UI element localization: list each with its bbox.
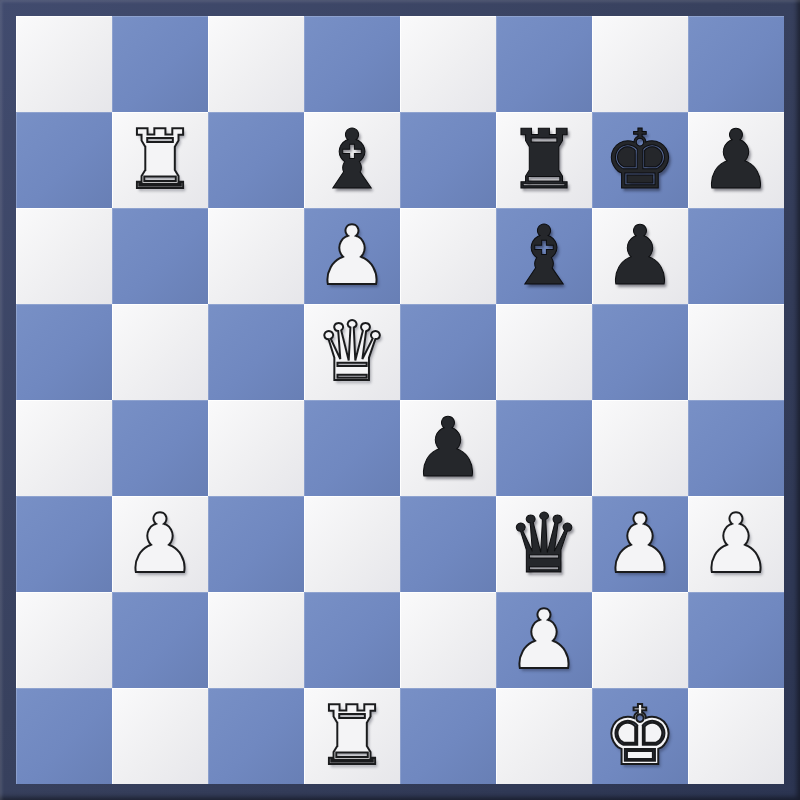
square-h4[interactable] <box>688 400 784 496</box>
piece-white-pawn: ♟ <box>699 496 773 592</box>
square-h6[interactable] <box>688 208 784 304</box>
square-c3[interactable] <box>208 496 304 592</box>
square-c4[interactable] <box>208 400 304 496</box>
square-e8[interactable] <box>400 16 496 112</box>
piece-black-pawn: ♟ <box>411 400 485 496</box>
square-g7[interactable]: ♚ <box>592 112 688 208</box>
square-b4[interactable] <box>112 400 208 496</box>
square-b3[interactable]: ♟ <box>112 496 208 592</box>
piece-black-queen: ♛ <box>507 496 581 592</box>
square-e2[interactable] <box>400 592 496 688</box>
square-d8[interactable] <box>304 16 400 112</box>
square-b7[interactable]: ♜ <box>112 112 208 208</box>
square-c6[interactable] <box>208 208 304 304</box>
square-e3[interactable] <box>400 496 496 592</box>
square-a6[interactable] <box>16 208 112 304</box>
square-b1[interactable] <box>112 688 208 784</box>
square-d4[interactable] <box>304 400 400 496</box>
piece-black-pawn: ♟ <box>603 208 677 304</box>
piece-white-queen: ♛ <box>315 304 389 400</box>
square-d2[interactable] <box>304 592 400 688</box>
square-d1[interactable]: ♜ <box>304 688 400 784</box>
piece-black-rook: ♜ <box>507 112 581 208</box>
board-frame: ♜♝♜♚♟♟♝♟♛♟♟♛♟♟♟♜♚ <box>0 0 800 800</box>
square-g4[interactable] <box>592 400 688 496</box>
square-f6[interactable]: ♝ <box>496 208 592 304</box>
square-h1[interactable] <box>688 688 784 784</box>
square-e1[interactable] <box>400 688 496 784</box>
square-h2[interactable] <box>688 592 784 688</box>
square-f1[interactable] <box>496 688 592 784</box>
square-d3[interactable] <box>304 496 400 592</box>
square-e7[interactable] <box>400 112 496 208</box>
square-c8[interactable] <box>208 16 304 112</box>
square-f3[interactable]: ♛ <box>496 496 592 592</box>
square-a1[interactable] <box>16 688 112 784</box>
square-d6[interactable]: ♟ <box>304 208 400 304</box>
square-g3[interactable]: ♟ <box>592 496 688 592</box>
square-b2[interactable] <box>112 592 208 688</box>
piece-black-bishop: ♝ <box>315 112 389 208</box>
square-f8[interactable] <box>496 16 592 112</box>
square-f4[interactable] <box>496 400 592 496</box>
square-g8[interactable] <box>592 16 688 112</box>
piece-black-king: ♚ <box>603 112 677 208</box>
square-f2[interactable]: ♟ <box>496 592 592 688</box>
square-c5[interactable] <box>208 304 304 400</box>
square-e5[interactable] <box>400 304 496 400</box>
square-g6[interactable]: ♟ <box>592 208 688 304</box>
square-h7[interactable]: ♟ <box>688 112 784 208</box>
square-d5[interactable]: ♛ <box>304 304 400 400</box>
piece-white-king: ♚ <box>603 688 677 784</box>
piece-white-rook: ♜ <box>123 112 197 208</box>
square-a5[interactable] <box>16 304 112 400</box>
square-c1[interactable] <box>208 688 304 784</box>
chess-board: ♜♝♜♚♟♟♝♟♛♟♟♛♟♟♟♜♚ <box>16 16 784 784</box>
square-a7[interactable] <box>16 112 112 208</box>
piece-white-pawn: ♟ <box>507 592 581 688</box>
square-b8[interactable] <box>112 16 208 112</box>
square-c7[interactable] <box>208 112 304 208</box>
square-b6[interactable] <box>112 208 208 304</box>
square-a8[interactable] <box>16 16 112 112</box>
square-g2[interactable] <box>592 592 688 688</box>
square-d7[interactable]: ♝ <box>304 112 400 208</box>
square-e6[interactable] <box>400 208 496 304</box>
piece-black-bishop: ♝ <box>507 208 581 304</box>
square-f7[interactable]: ♜ <box>496 112 592 208</box>
piece-white-pawn: ♟ <box>123 496 197 592</box>
square-a2[interactable] <box>16 592 112 688</box>
square-h3[interactable]: ♟ <box>688 496 784 592</box>
square-f5[interactable] <box>496 304 592 400</box>
piece-white-pawn: ♟ <box>603 496 677 592</box>
square-a4[interactable] <box>16 400 112 496</box>
square-g5[interactable] <box>592 304 688 400</box>
square-e4[interactable]: ♟ <box>400 400 496 496</box>
square-h8[interactable] <box>688 16 784 112</box>
square-c2[interactable] <box>208 592 304 688</box>
piece-black-pawn: ♟ <box>699 112 773 208</box>
square-b5[interactable] <box>112 304 208 400</box>
square-a3[interactable] <box>16 496 112 592</box>
piece-white-rook: ♜ <box>315 688 389 784</box>
piece-white-pawn: ♟ <box>315 208 389 304</box>
square-h5[interactable] <box>688 304 784 400</box>
square-g1[interactable]: ♚ <box>592 688 688 784</box>
